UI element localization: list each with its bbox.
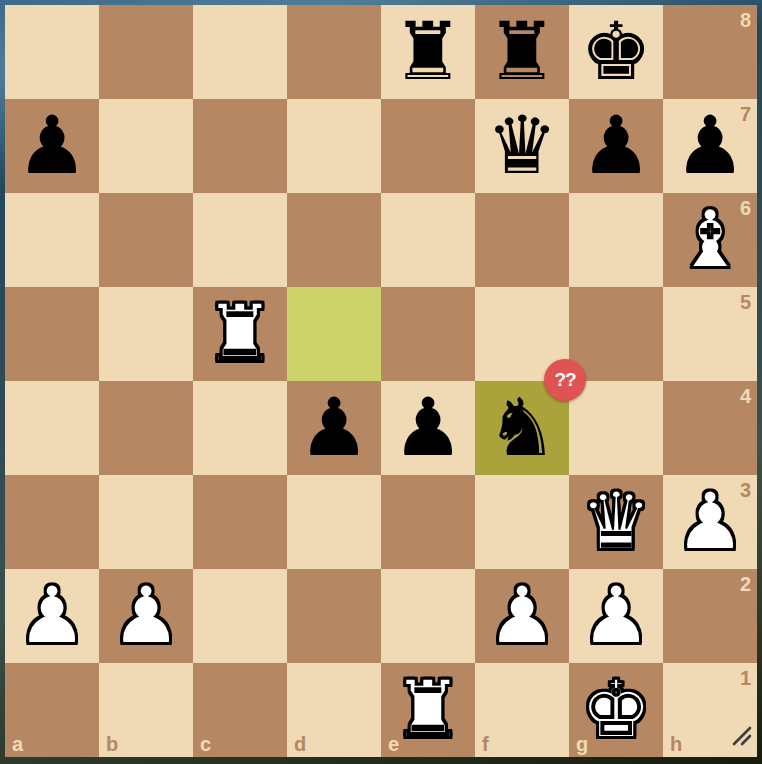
square-a2[interactable]: ♟ bbox=[5, 569, 99, 663]
square-e4[interactable]: ♟ bbox=[381, 381, 475, 475]
white-rook[interactable]: ♜ bbox=[381, 663, 475, 757]
white-pawn[interactable]: ♟ bbox=[663, 475, 757, 569]
square-h7[interactable]: ♟7 bbox=[663, 99, 757, 193]
white-pawn[interactable]: ♟ bbox=[569, 569, 663, 663]
square-c8[interactable] bbox=[193, 5, 287, 99]
square-c4[interactable] bbox=[193, 381, 287, 475]
square-e2[interactable] bbox=[381, 569, 475, 663]
black-king[interactable]: ♚ bbox=[569, 5, 663, 99]
square-g4[interactable] bbox=[569, 381, 663, 475]
square-b5[interactable] bbox=[99, 287, 193, 381]
square-g6[interactable] bbox=[569, 193, 663, 287]
square-b4[interactable] bbox=[99, 381, 193, 475]
black-queen[interactable]: ♛ bbox=[475, 99, 569, 193]
coord-file-d: d bbox=[294, 734, 306, 754]
square-f6[interactable] bbox=[475, 193, 569, 287]
coord-rank-8: 8 bbox=[740, 10, 751, 30]
square-h2[interactable]: 2 bbox=[663, 569, 757, 663]
square-d4[interactable]: ♟ bbox=[287, 381, 381, 475]
coord-rank-2: 2 bbox=[740, 574, 751, 594]
coord-rank-4: 4 bbox=[740, 386, 751, 406]
square-g7[interactable]: ♟ bbox=[569, 99, 663, 193]
square-h6[interactable]: ♝6 bbox=[663, 193, 757, 287]
square-g2[interactable]: ♟ bbox=[569, 569, 663, 663]
board-resize-handle-icon[interactable] bbox=[727, 721, 753, 747]
square-b6[interactable] bbox=[99, 193, 193, 287]
square-a5[interactable] bbox=[5, 287, 99, 381]
square-d5[interactable] bbox=[287, 287, 381, 381]
square-e5[interactable] bbox=[381, 287, 475, 381]
square-e3[interactable] bbox=[381, 475, 475, 569]
square-b3[interactable] bbox=[99, 475, 193, 569]
square-b2[interactable]: ♟ bbox=[99, 569, 193, 663]
square-c6[interactable] bbox=[193, 193, 287, 287]
square-a3[interactable] bbox=[5, 475, 99, 569]
square-a1[interactable]: a bbox=[5, 663, 99, 757]
black-pawn[interactable]: ♟ bbox=[663, 99, 757, 193]
black-pawn[interactable]: ♟ bbox=[287, 381, 381, 475]
square-d8[interactable] bbox=[287, 5, 381, 99]
square-b8[interactable] bbox=[99, 5, 193, 99]
coord-file-f: f bbox=[482, 734, 489, 754]
square-d7[interactable] bbox=[287, 99, 381, 193]
square-a4[interactable] bbox=[5, 381, 99, 475]
square-d6[interactable] bbox=[287, 193, 381, 287]
white-pawn[interactable]: ♟ bbox=[475, 569, 569, 663]
chess-board: ♜♜♚8♟♛♟♟7♝6♜5♟♟♞4♛♟3♟♟♟♟2abcd♜ef♚gh1 bbox=[5, 5, 757, 757]
square-f8[interactable]: ♜ bbox=[475, 5, 569, 99]
square-e8[interactable]: ♜ bbox=[381, 5, 475, 99]
black-rook[interactable]: ♜ bbox=[475, 5, 569, 99]
square-f3[interactable] bbox=[475, 475, 569, 569]
square-g3[interactable]: ♛ bbox=[569, 475, 663, 569]
white-rook[interactable]: ♜ bbox=[193, 287, 287, 381]
square-f1[interactable]: f bbox=[475, 663, 569, 757]
black-pawn[interactable]: ♟ bbox=[569, 99, 663, 193]
square-h8[interactable]: 8 bbox=[663, 5, 757, 99]
square-c7[interactable] bbox=[193, 99, 287, 193]
square-b1[interactable]: b bbox=[99, 663, 193, 757]
page-background: { "game": "chess", "position": { "fen": … bbox=[0, 0, 762, 764]
coord-file-a: a bbox=[12, 734, 23, 754]
white-pawn[interactable]: ♟ bbox=[99, 569, 193, 663]
square-f2[interactable]: ♟ bbox=[475, 569, 569, 663]
square-c2[interactable] bbox=[193, 569, 287, 663]
white-pawn[interactable]: ♟ bbox=[5, 569, 99, 663]
coord-rank-1: 1 bbox=[740, 668, 751, 688]
blunder-annotation-badge: ?? bbox=[544, 359, 586, 401]
square-b7[interactable] bbox=[99, 99, 193, 193]
square-d3[interactable] bbox=[287, 475, 381, 569]
square-d1[interactable]: d bbox=[287, 663, 381, 757]
square-a7[interactable]: ♟ bbox=[5, 99, 99, 193]
square-a8[interactable] bbox=[5, 5, 99, 99]
black-pawn[interactable]: ♟ bbox=[5, 99, 99, 193]
square-f7[interactable]: ♛ bbox=[475, 99, 569, 193]
white-bishop[interactable]: ♝ bbox=[663, 193, 757, 287]
coord-file-b: b bbox=[106, 734, 118, 754]
square-h4[interactable]: 4 bbox=[663, 381, 757, 475]
square-e1[interactable]: ♜e bbox=[381, 663, 475, 757]
square-a6[interactable] bbox=[5, 193, 99, 287]
coord-file-c: c bbox=[200, 734, 211, 754]
black-rook[interactable]: ♜ bbox=[381, 5, 475, 99]
square-e6[interactable] bbox=[381, 193, 475, 287]
black-pawn[interactable]: ♟ bbox=[381, 381, 475, 475]
square-h5[interactable]: 5 bbox=[663, 287, 757, 381]
square-g8[interactable]: ♚ bbox=[569, 5, 663, 99]
square-c1[interactable]: c bbox=[193, 663, 287, 757]
coord-file-h: h bbox=[670, 734, 682, 754]
square-c5[interactable]: ♜ bbox=[193, 287, 287, 381]
white-queen[interactable]: ♛ bbox=[569, 475, 663, 569]
square-c3[interactable] bbox=[193, 475, 287, 569]
square-d2[interactable] bbox=[287, 569, 381, 663]
white-king[interactable]: ♚ bbox=[569, 663, 663, 757]
square-g5[interactable] bbox=[569, 287, 663, 381]
coord-rank-5: 5 bbox=[740, 292, 751, 312]
square-g1[interactable]: ♚g bbox=[569, 663, 663, 757]
square-h3[interactable]: ♟3 bbox=[663, 475, 757, 569]
square-e7[interactable] bbox=[381, 99, 475, 193]
